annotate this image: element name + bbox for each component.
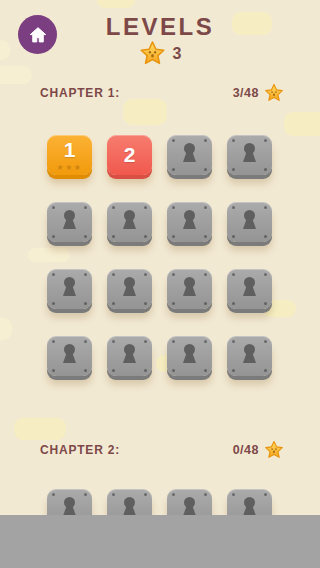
keyhole-icon xyxy=(243,277,256,298)
keyhole-icon xyxy=(63,277,76,298)
keyhole-icon xyxy=(183,344,196,365)
level-tile-2[interactable]: 2 xyxy=(107,135,152,175)
keyhole-icon xyxy=(63,210,76,231)
star-icon xyxy=(139,40,166,67)
level-tile-locked[interactable] xyxy=(107,269,152,309)
keyhole-icon xyxy=(243,344,256,365)
level-tile-locked[interactable] xyxy=(167,135,212,175)
keyhole-icon xyxy=(123,210,136,231)
level-tile-locked[interactable] xyxy=(227,202,272,242)
total-stars-value: 3 xyxy=(173,45,182,63)
level-grid-chapter-1: 1★★★2 xyxy=(47,135,272,376)
level-tile-locked[interactable] xyxy=(227,269,272,309)
level-select-screen: LEVELS 3 CHAPTER 1: 3/48 1★★★2 CHAPTER 2… xyxy=(0,0,320,568)
chapter-progress: 3/48 xyxy=(233,86,259,100)
keyhole-icon xyxy=(243,143,256,164)
banner-placeholder xyxy=(0,515,320,568)
chapter-progress-group: 3/48 xyxy=(233,83,284,103)
level-tile-locked[interactable] xyxy=(227,135,272,175)
keyhole-icon xyxy=(63,344,76,365)
keyhole-icon xyxy=(183,277,196,298)
level-tile-locked[interactable] xyxy=(107,202,152,242)
level-tile-1[interactable]: 1★★★ xyxy=(47,135,92,175)
level-tile-locked[interactable] xyxy=(107,336,152,376)
decor-rect xyxy=(14,418,66,440)
decor-rect xyxy=(0,318,12,340)
chapter-1-header: CHAPTER 1: 3/48 xyxy=(40,83,284,103)
keyhole-icon xyxy=(183,143,196,164)
keyhole-icon xyxy=(183,210,196,231)
chapter-progress: 0/48 xyxy=(233,443,259,457)
level-number: 1 xyxy=(47,135,92,165)
keyhole-icon xyxy=(243,210,256,231)
decor-rect xyxy=(284,112,320,136)
level-number: 2 xyxy=(107,135,152,175)
star-icon xyxy=(264,83,284,103)
level-tile-locked[interactable] xyxy=(167,336,212,376)
chapter-2-header: CHAPTER 2: 0/48 xyxy=(40,440,284,460)
keyhole-icon xyxy=(123,344,136,365)
level-tile-locked[interactable] xyxy=(167,202,212,242)
decor-rect xyxy=(0,66,32,84)
chapter-progress-group: 0/48 xyxy=(233,440,284,460)
decor-rect xyxy=(97,0,135,8)
level-tile-locked[interactable] xyxy=(47,202,92,242)
chapter-label: CHAPTER 2: xyxy=(40,443,120,457)
level-tile-locked[interactable] xyxy=(167,269,212,309)
home-button[interactable] xyxy=(18,15,57,54)
earned-stars: ★★★ xyxy=(47,164,92,172)
home-icon xyxy=(28,25,48,45)
chapter-label: CHAPTER 1: xyxy=(40,86,120,100)
level-tile-locked[interactable] xyxy=(47,336,92,376)
level-tile-locked[interactable] xyxy=(227,336,272,376)
level-tile-locked[interactable] xyxy=(47,269,92,309)
keyhole-icon xyxy=(123,277,136,298)
star-icon xyxy=(264,440,284,460)
